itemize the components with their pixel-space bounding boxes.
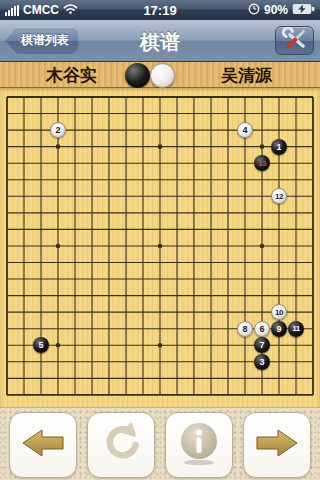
clock-time: 17:19 [0,3,320,18]
stone-4-P17: 4 [237,122,253,138]
stone-8-P5: 8 [237,321,253,337]
wrench-screwdriver-icon [282,27,308,54]
stone-13-Q15: 13 [254,155,270,171]
color-indicator [125,63,175,88]
stone-11-S5: 11 [288,321,304,337]
status-bar: CMCC 17:19 90% [0,0,320,20]
stone-1-R16: 1 [271,139,287,155]
info-button[interactable] [165,412,233,478]
app-screen: CMCC 17:19 90% [0,0,320,480]
stone-12-R13: 12 [271,188,287,204]
stone-2-D17: 2 [50,122,66,138]
next-move-button[interactable] [243,412,311,478]
undo-icon [99,423,143,467]
white-stone-icon [150,63,175,88]
arrow-right-icon [254,427,300,463]
nav-bar: 棋谱列表 棋谱 [0,20,320,62]
previous-move-button[interactable] [9,412,77,478]
settings-button[interactable] [275,26,314,55]
go-board[interactable]: 12345678910111213 [0,88,320,407]
stone-10-R6: 10 [271,304,287,320]
black-player-name: 木谷实 [46,64,97,87]
stone-5-C4: 5 [33,337,49,353]
black-stone-icon [125,63,150,88]
info-icon [176,420,222,470]
stone-7-Q4: 7 [254,337,270,353]
bottom-toolbar [0,407,320,480]
arrow-left-icon [20,427,66,463]
stone-9-R5: 9 [271,321,287,337]
white-player-name: 吴清源 [221,64,272,87]
page-title: 棋谱 [0,29,320,56]
stones-layer: 12345678910111213 [0,89,320,404]
undo-button[interactable] [87,412,155,478]
stone-6-Q5: 6 [254,321,270,337]
player-bar: 木谷实 吴清源 [0,62,320,88]
stone-3-Q3: 3 [254,354,270,370]
